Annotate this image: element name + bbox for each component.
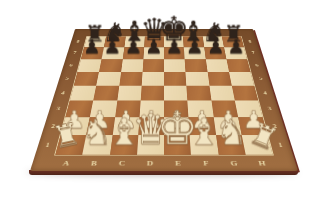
square-f7[interactable]: ♟	[184, 47, 206, 59]
rank-label-right-7: 7	[245, 47, 263, 59]
square-d4[interactable]	[140, 86, 164, 101]
piece-black-pawn-g7[interactable]: ♟	[207, 37, 225, 57]
square-a6[interactable]	[78, 59, 102, 72]
square-g7[interactable]: ♟	[204, 47, 226, 59]
square-e6[interactable]	[164, 59, 186, 72]
square-h7[interactable]: ♟	[224, 47, 247, 59]
piece-black-pawn-a7[interactable]: ♟	[83, 37, 101, 57]
square-c5[interactable]	[119, 72, 142, 86]
piece-black-pawn-f7[interactable]: ♟	[186, 37, 204, 57]
piece-black-pawn-c7[interactable]: ♟	[124, 37, 142, 57]
file-label-e: E	[164, 159, 192, 167]
file-label-b: B	[79, 159, 108, 167]
piece-black-pawn-e7[interactable]: ♟	[165, 37, 183, 57]
piece-white-knight-g1[interactable]: ♞	[215, 115, 247, 150]
square-f1[interactable]: ♝	[190, 135, 218, 155]
square-a4[interactable]	[70, 86, 97, 101]
square-d6[interactable]	[142, 59, 164, 72]
square-g4[interactable]	[209, 86, 235, 101]
chess-board: ♜♞♝♛♚♝♞♜♟♟♟♟♟♟♟♟♟♟♟♟♟♟♟♟♜♞♝♛♚♝♞♜ ABCDEFG…	[30, 29, 298, 171]
file-label-h: H	[247, 159, 277, 167]
file-label-f: F	[192, 159, 221, 167]
piece-black-pawn-b7[interactable]: ♟	[104, 37, 122, 57]
square-c7[interactable]: ♟	[122, 47, 144, 59]
square-g6[interactable]	[206, 59, 229, 72]
file-label-d: D	[136, 159, 164, 167]
square-c6[interactable]	[121, 59, 143, 72]
rank-label-right-5: 5	[251, 72, 271, 86]
file-labels: ABCDEFGH	[50, 156, 278, 171]
square-f5[interactable]	[186, 72, 209, 86]
square-h4[interactable]	[232, 86, 259, 101]
rank-label-right-4: 4	[255, 86, 276, 101]
file-label-a: A	[51, 159, 81, 167]
playing-area: ♜♞♝♛♚♝♞♜♟♟♟♟♟♟♟♟♟♟♟♟♟♟♟♟♜♞♝♛♚♝♞♜	[54, 36, 274, 155]
square-f4[interactable]	[187, 86, 212, 101]
square-c4[interactable]	[117, 86, 142, 101]
square-g5[interactable]	[207, 72, 231, 86]
board-photo: ♜♞♝♛♚♝♞♜♟♟♟♟♟♟♟♟♟♟♟♟♟♟♟♟♜♞♝♛♚♝♞♜ ABCDEFG…	[0, 0, 320, 198]
square-d7[interactable]: ♟	[143, 47, 164, 59]
square-h5[interactable]	[229, 72, 254, 86]
square-e7[interactable]: ♟	[164, 47, 185, 59]
square-g1[interactable]: ♞	[216, 135, 246, 155]
file-label-c: C	[108, 159, 137, 167]
square-e5[interactable]	[164, 72, 187, 86]
square-a7[interactable]: ♟	[81, 47, 104, 59]
rank-label-right-6: 6	[248, 59, 267, 72]
square-h6[interactable]	[226, 59, 250, 72]
piece-black-pawn-d7[interactable]: ♟	[145, 37, 163, 57]
square-a5[interactable]	[74, 72, 99, 86]
square-b5[interactable]	[96, 72, 120, 86]
square-b6[interactable]	[99, 59, 122, 72]
square-b4[interactable]	[93, 86, 119, 101]
file-label-g: G	[219, 159, 248, 167]
piece-black-pawn-h7[interactable]: ♟	[227, 37, 245, 57]
square-d5[interactable]	[141, 72, 164, 86]
scene: ♜♞♝♛♚♝♞♜♟♟♟♟♟♟♟♟♟♟♟♟♟♟♟♟♜♞♝♛♚♝♞♜ ABCDEFG…	[30, 0, 298, 171]
square-f6[interactable]	[185, 59, 207, 72]
square-e4[interactable]	[164, 86, 188, 101]
square-b7[interactable]: ♟	[102, 47, 124, 59]
